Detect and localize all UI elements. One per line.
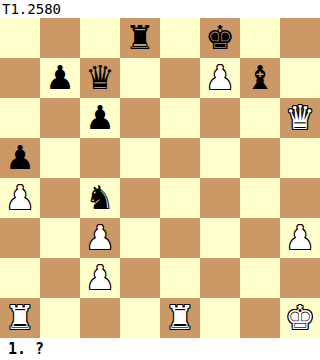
- square-g7[interactable]: ♝: [240, 58, 280, 98]
- square-h6[interactable]: ♛: [280, 98, 320, 138]
- piece-black-rook[interactable]: ♜: [125, 18, 155, 58]
- square-g6[interactable]: [240, 98, 280, 138]
- square-c3[interactable]: ♟: [80, 218, 120, 258]
- square-h8[interactable]: [280, 18, 320, 58]
- square-a2[interactable]: [0, 258, 40, 298]
- piece-white-pawn[interactable]: ♟: [285, 218, 315, 258]
- square-a3[interactable]: [0, 218, 40, 258]
- square-f6[interactable]: [200, 98, 240, 138]
- move-prompt: 1. ?: [0, 338, 320, 360]
- square-b4[interactable]: [40, 178, 80, 218]
- square-f4[interactable]: [200, 178, 240, 218]
- piece-white-rook[interactable]: ♜: [5, 298, 35, 338]
- square-d7[interactable]: [120, 58, 160, 98]
- square-f5[interactable]: [200, 138, 240, 178]
- square-a4[interactable]: ♟: [0, 178, 40, 218]
- square-b1[interactable]: [40, 298, 80, 338]
- square-e7[interactable]: [160, 58, 200, 98]
- square-f8[interactable]: ♚: [200, 18, 240, 58]
- square-f7[interactable]: ♟: [200, 58, 240, 98]
- piece-white-pawn[interactable]: ♟: [85, 258, 115, 298]
- square-b6[interactable]: [40, 98, 80, 138]
- square-b8[interactable]: [40, 18, 80, 58]
- piece-white-pawn[interactable]: ♟: [85, 218, 115, 258]
- piece-black-queen[interactable]: ♛: [85, 58, 115, 98]
- square-d2[interactable]: [120, 258, 160, 298]
- square-f1[interactable]: [200, 298, 240, 338]
- square-c8[interactable]: [80, 18, 120, 58]
- square-h2[interactable]: [280, 258, 320, 298]
- square-g5[interactable]: [240, 138, 280, 178]
- square-b7[interactable]: ♟: [40, 58, 80, 98]
- chess-diagram-page: T1.2580 ♜♚♟♛♟♝♟♛♟♟♞♟♟♟♜♜♚ 1. ?: [0, 0, 320, 360]
- square-b3[interactable]: [40, 218, 80, 258]
- square-e4[interactable]: [160, 178, 200, 218]
- square-e8[interactable]: [160, 18, 200, 58]
- square-e6[interactable]: [160, 98, 200, 138]
- piece-black-pawn[interactable]: ♟: [5, 138, 35, 178]
- square-g2[interactable]: [240, 258, 280, 298]
- square-c2[interactable]: ♟: [80, 258, 120, 298]
- piece-black-king[interactable]: ♚: [205, 18, 235, 58]
- square-a7[interactable]: [0, 58, 40, 98]
- square-h3[interactable]: ♟: [280, 218, 320, 258]
- square-d3[interactable]: [120, 218, 160, 258]
- square-a5[interactable]: ♟: [0, 138, 40, 178]
- square-h5[interactable]: [280, 138, 320, 178]
- square-h4[interactable]: [280, 178, 320, 218]
- square-a8[interactable]: [0, 18, 40, 58]
- square-c5[interactable]: [80, 138, 120, 178]
- square-e3[interactable]: [160, 218, 200, 258]
- piece-white-rook[interactable]: ♜: [165, 298, 195, 338]
- square-c4[interactable]: ♞: [80, 178, 120, 218]
- square-d8[interactable]: ♜: [120, 18, 160, 58]
- square-f3[interactable]: [200, 218, 240, 258]
- piece-black-knight[interactable]: ♞: [85, 178, 115, 218]
- square-d6[interactable]: [120, 98, 160, 138]
- square-c6[interactable]: ♟: [80, 98, 120, 138]
- square-d4[interactable]: [120, 178, 160, 218]
- square-f2[interactable]: [200, 258, 240, 298]
- square-b5[interactable]: [40, 138, 80, 178]
- square-a6[interactable]: [0, 98, 40, 138]
- square-h7[interactable]: [280, 58, 320, 98]
- square-g3[interactable]: [240, 218, 280, 258]
- square-c7[interactable]: ♛: [80, 58, 120, 98]
- square-g1[interactable]: [240, 298, 280, 338]
- piece-white-pawn[interactable]: ♟: [205, 58, 235, 98]
- piece-white-king[interactable]: ♚: [285, 298, 315, 338]
- square-d1[interactable]: [120, 298, 160, 338]
- square-h1[interactable]: ♚: [280, 298, 320, 338]
- piece-black-pawn[interactable]: ♟: [45, 58, 75, 98]
- square-c1[interactable]: [80, 298, 120, 338]
- square-d5[interactable]: [120, 138, 160, 178]
- square-g4[interactable]: [240, 178, 280, 218]
- square-e1[interactable]: ♜: [160, 298, 200, 338]
- square-g8[interactable]: [240, 18, 280, 58]
- piece-white-queen[interactable]: ♛: [285, 98, 315, 138]
- square-e5[interactable]: [160, 138, 200, 178]
- piece-white-pawn[interactable]: ♟: [5, 178, 35, 218]
- square-e2[interactable]: [160, 258, 200, 298]
- chess-board: ♜♚♟♛♟♝♟♛♟♟♞♟♟♟♜♜♚: [0, 18, 320, 338]
- piece-black-bishop[interactable]: ♝: [245, 58, 275, 98]
- square-a1[interactable]: ♜: [0, 298, 40, 338]
- piece-black-pawn[interactable]: ♟: [85, 98, 115, 138]
- puzzle-title: T1.2580: [0, 0, 320, 18]
- square-b2[interactable]: [40, 258, 80, 298]
